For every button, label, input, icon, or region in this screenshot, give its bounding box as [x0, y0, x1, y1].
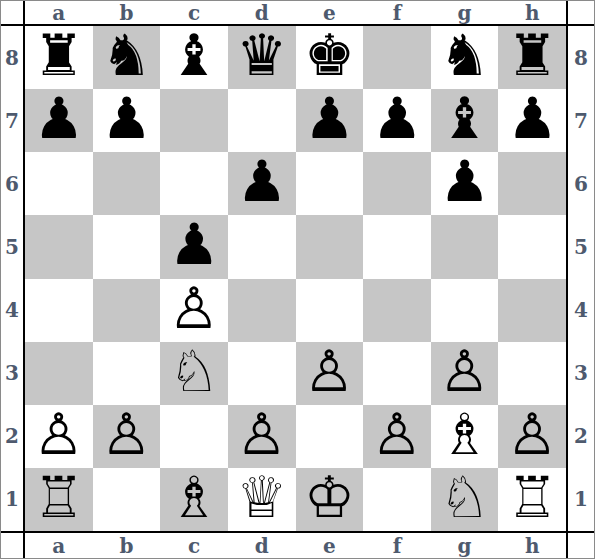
square-g7[interactable]: ♝ [431, 89, 499, 152]
corner-top-right [566, 1, 594, 26]
file-label-d: d [228, 1, 296, 24]
piece-wb-c1[interactable]: ♗ [169, 469, 220, 526]
square-f3[interactable] [363, 342, 431, 405]
square-a6[interactable] [25, 152, 93, 215]
piece-wn-g1[interactable]: ♘ [439, 469, 490, 526]
square-f8[interactable] [363, 26, 431, 89]
square-d6[interactable]: ♟ [228, 152, 296, 215]
square-f6[interactable] [363, 152, 431, 215]
piece-bp-c5[interactable]: ♟ [169, 216, 220, 273]
square-a5[interactable] [25, 215, 93, 278]
piece-bb-c8[interactable]: ♝ [169, 27, 220, 84]
piece-bp-b7[interactable]: ♟ [101, 90, 152, 147]
corner-bottom-left [1, 531, 25, 558]
square-g5[interactable] [431, 215, 499, 278]
chess-diagram: abcdefgh 87654321 ♜♞♝♛♚♞♜♟♟♟♟♝♟♟♟♟♙♘♙♙♙♙… [0, 0, 595, 559]
square-h8[interactable]: ♜ [498, 26, 566, 89]
square-c1[interactable]: ♗ [160, 468, 228, 531]
square-d5[interactable] [228, 215, 296, 278]
square-f5[interactable] [363, 215, 431, 278]
square-c2[interactable] [160, 405, 228, 468]
square-e8[interactable]: ♚ [296, 26, 364, 89]
square-f7[interactable]: ♟ [363, 89, 431, 152]
piece-wp-f2[interactable]: ♙ [371, 406, 422, 463]
square-g4[interactable] [431, 279, 499, 342]
rank-label-2: 2 [1, 405, 23, 468]
square-e7[interactable]: ♟ [296, 89, 364, 152]
square-b5[interactable] [93, 215, 161, 278]
piece-bn-b8[interactable]: ♞ [101, 27, 152, 84]
piece-bn-g8[interactable]: ♞ [439, 27, 490, 84]
square-e1[interactable]: ♔ [296, 468, 364, 531]
square-b6[interactable] [93, 152, 161, 215]
square-e5[interactable] [296, 215, 364, 278]
square-a2[interactable]: ♙ [25, 405, 93, 468]
square-a3[interactable] [25, 342, 93, 405]
file-label-a: a [25, 1, 93, 24]
piece-bp-a7[interactable]: ♟ [33, 90, 84, 147]
piece-wb-g2[interactable]: ♗ [439, 406, 490, 463]
piece-bp-g6[interactable]: ♟ [439, 153, 490, 210]
file-label-d: d [228, 533, 296, 558]
rank-label-1: 1 [1, 468, 23, 531]
piece-wp-g3[interactable]: ♙ [439, 343, 490, 400]
square-h2[interactable]: ♙ [498, 405, 566, 468]
square-g2[interactable]: ♗ [431, 405, 499, 468]
square-h1[interactable]: ♖ [498, 468, 566, 531]
piece-bp-d6[interactable]: ♟ [236, 153, 287, 210]
piece-bp-e7[interactable]: ♟ [304, 90, 355, 147]
file-label-c: c [160, 1, 228, 24]
square-g3[interactable]: ♙ [431, 342, 499, 405]
square-e6[interactable] [296, 152, 364, 215]
square-b1[interactable] [93, 468, 161, 531]
square-g1[interactable]: ♘ [431, 468, 499, 531]
square-g8[interactable]: ♞ [431, 26, 499, 89]
square-g6[interactable]: ♟ [431, 152, 499, 215]
piece-wq-d1[interactable]: ♕ [236, 469, 287, 526]
square-d8[interactable]: ♛ [228, 26, 296, 89]
square-b4[interactable] [93, 279, 161, 342]
corner-top-left [1, 1, 25, 26]
square-c3[interactable]: ♘ [160, 342, 228, 405]
rank-label-2: 2 [568, 405, 594, 468]
square-a8[interactable]: ♜ [25, 26, 93, 89]
square-d1[interactable]: ♕ [228, 468, 296, 531]
rank-label-3: 3 [568, 342, 594, 405]
square-c7[interactable] [160, 89, 228, 152]
square-a7[interactable]: ♟ [25, 89, 93, 152]
square-h7[interactable]: ♟ [498, 89, 566, 152]
piece-wp-d2[interactable]: ♙ [236, 406, 287, 463]
square-b3[interactable] [93, 342, 161, 405]
square-d3[interactable] [228, 342, 296, 405]
piece-wn-c3[interactable]: ♘ [169, 343, 220, 400]
file-label-f: f [363, 1, 431, 24]
rank-labels-left: 87654321 [1, 26, 25, 531]
rank-label-8: 8 [568, 26, 594, 89]
square-c6[interactable] [160, 152, 228, 215]
square-f1[interactable] [363, 468, 431, 531]
piece-bb-g7[interactable]: ♝ [439, 90, 490, 147]
file-label-e: e [296, 533, 364, 558]
square-d7[interactable] [228, 89, 296, 152]
file-label-b: b [93, 533, 161, 558]
square-h5[interactable] [498, 215, 566, 278]
square-h6[interactable] [498, 152, 566, 215]
square-b2[interactable]: ♙ [93, 405, 161, 468]
square-f4[interactable] [363, 279, 431, 342]
piece-br-a8[interactable]: ♜ [33, 27, 84, 84]
corner-bottom-right [566, 531, 594, 558]
rank-label-3: 3 [1, 342, 23, 405]
square-h4[interactable] [498, 279, 566, 342]
piece-wr-h1[interactable]: ♖ [507, 469, 558, 526]
rank-label-6: 6 [1, 152, 23, 215]
file-label-b: b [93, 1, 161, 24]
square-h3[interactable] [498, 342, 566, 405]
file-label-c: c [160, 533, 228, 558]
square-a4[interactable] [25, 279, 93, 342]
square-e2[interactable] [296, 405, 364, 468]
square-b8[interactable]: ♞ [93, 26, 161, 89]
rank-label-6: 6 [568, 152, 594, 215]
square-c5[interactable]: ♟ [160, 215, 228, 278]
square-c8[interactable]: ♝ [160, 26, 228, 89]
piece-wr-a1[interactable]: ♖ [33, 469, 84, 526]
file-label-g: g [431, 1, 499, 24]
rank-label-4: 4 [568, 279, 594, 342]
rank-label-7: 7 [1, 89, 23, 152]
piece-bq-d8[interactable]: ♛ [236, 27, 287, 84]
file-label-a: a [25, 533, 93, 558]
piece-br-h8[interactable]: ♜ [507, 27, 558, 84]
rank-label-5: 5 [568, 215, 594, 278]
file-label-h: h [498, 533, 566, 558]
file-label-g: g [431, 533, 499, 558]
rank-label-4: 4 [1, 279, 23, 342]
rank-labels-right: 87654321 [566, 26, 594, 531]
file-labels-bottom: abcdefgh [25, 531, 566, 558]
piece-wk-e1[interactable]: ♔ [304, 469, 355, 526]
piece-wp-b2[interactable]: ♙ [101, 406, 152, 463]
piece-bk-e8[interactable]: ♚ [304, 27, 355, 84]
piece-wp-h2[interactable]: ♙ [507, 406, 558, 463]
file-label-h: h [498, 1, 566, 24]
file-label-f: f [363, 533, 431, 558]
file-label-e: e [296, 1, 364, 24]
piece-wp-a2[interactable]: ♙ [33, 406, 84, 463]
square-a1[interactable]: ♖ [25, 468, 93, 531]
rank-label-1: 1 [568, 468, 594, 531]
square-b7[interactable]: ♟ [93, 89, 161, 152]
square-c4[interactable]: ♙ [160, 279, 228, 342]
chess-board: ♜♞♝♛♚♞♜♟♟♟♟♝♟♟♟♟♙♘♙♙♙♙♙♙♗♙♖♗♕♔♘♖ [25, 26, 566, 531]
rank-label-8: 8 [1, 26, 23, 89]
piece-wp-e3[interactable]: ♙ [304, 343, 355, 400]
piece-bp-h7[interactable]: ♟ [507, 90, 558, 147]
square-d2[interactable]: ♙ [228, 405, 296, 468]
square-e3[interactable]: ♙ [296, 342, 364, 405]
square-d4[interactable] [228, 279, 296, 342]
square-f2[interactable]: ♙ [363, 405, 431, 468]
piece-bp-f7[interactable]: ♟ [371, 90, 422, 147]
square-e4[interactable] [296, 279, 364, 342]
rank-label-7: 7 [568, 89, 594, 152]
piece-wp-c4[interactable]: ♙ [169, 280, 220, 337]
rank-label-5: 5 [1, 215, 23, 278]
file-labels-top: abcdefgh [25, 1, 566, 26]
